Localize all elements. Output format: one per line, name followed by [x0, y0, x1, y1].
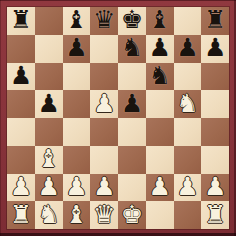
square-g2[interactable]: ♟ — [174, 174, 202, 202]
black-knight-e7[interactable]: ♞ — [121, 35, 143, 60]
square-e6[interactable] — [118, 63, 146, 91]
white-pawn-f2[interactable]: ♟ — [148, 174, 170, 199]
square-h7[interactable]: ♟ — [201, 35, 229, 63]
square-e4[interactable] — [118, 118, 146, 146]
white-rook-h1[interactable]: ♜ — [204, 202, 226, 227]
square-a7[interactable] — [7, 35, 35, 63]
square-a5[interactable] — [7, 90, 35, 118]
square-c1[interactable]: ♝ — [63, 201, 91, 229]
black-bishop-f8[interactable]: ♝ — [148, 7, 170, 32]
white-pawn-d5[interactable]: ♟ — [93, 91, 115, 116]
square-g4[interactable] — [174, 118, 202, 146]
square-b1[interactable]: ♞ — [35, 201, 63, 229]
square-h2[interactable]: ♟ — [201, 174, 229, 202]
square-h6[interactable] — [201, 63, 229, 91]
square-a1[interactable]: ♜ — [7, 201, 35, 229]
square-g7[interactable]: ♟ — [174, 35, 202, 63]
black-knight-f6[interactable]: ♞ — [148, 63, 170, 88]
white-pawn-b2[interactable]: ♟ — [37, 174, 59, 199]
chess-board-frame: ♜♝♛♚♝♜♟♞♟♟♟♟♞♟♟♟♞♝♟♟♟♟♟♟♟♜♞♝♛♚♜ — [0, 0, 236, 236]
square-b4[interactable] — [35, 118, 63, 146]
square-d3[interactable] — [90, 146, 118, 174]
square-d5[interactable]: ♟ — [90, 90, 118, 118]
square-c2[interactable]: ♟ — [63, 174, 91, 202]
black-pawn-e5[interactable]: ♟ — [121, 91, 143, 116]
black-king-e8[interactable]: ♚ — [121, 7, 143, 32]
black-pawn-h7[interactable]: ♟ — [204, 35, 226, 60]
square-g8[interactable] — [174, 7, 202, 35]
square-b6[interactable] — [35, 63, 63, 91]
square-g6[interactable] — [174, 63, 202, 91]
square-c3[interactable] — [63, 146, 91, 174]
square-h8[interactable]: ♜ — [201, 7, 229, 35]
square-g3[interactable] — [174, 146, 202, 174]
black-bishop-c8[interactable]: ♝ — [65, 7, 87, 32]
square-d4[interactable] — [90, 118, 118, 146]
square-c7[interactable]: ♟ — [63, 35, 91, 63]
square-g5[interactable]: ♞ — [174, 90, 202, 118]
square-b3[interactable]: ♝ — [35, 146, 63, 174]
square-b5[interactable]: ♟ — [35, 90, 63, 118]
chess-board: ♜♝♛♚♝♜♟♞♟♟♟♟♞♟♟♟♞♝♟♟♟♟♟♟♟♜♞♝♛♚♜ — [7, 7, 229, 229]
square-f2[interactable]: ♟ — [146, 174, 174, 202]
square-f8[interactable]: ♝ — [146, 7, 174, 35]
white-bishop-b3[interactable]: ♝ — [37, 146, 59, 171]
black-pawn-c7[interactable]: ♟ — [65, 35, 87, 60]
square-d6[interactable] — [90, 63, 118, 91]
square-b7[interactable] — [35, 35, 63, 63]
square-c5[interactable] — [63, 90, 91, 118]
square-c4[interactable] — [63, 118, 91, 146]
square-d1[interactable]: ♛ — [90, 201, 118, 229]
square-b2[interactable]: ♟ — [35, 174, 63, 202]
square-d8[interactable]: ♛ — [90, 7, 118, 35]
square-c6[interactable] — [63, 63, 91, 91]
square-f7[interactable]: ♟ — [146, 35, 174, 63]
square-f1[interactable] — [146, 201, 174, 229]
square-f3[interactable] — [146, 146, 174, 174]
square-e1[interactable]: ♚ — [118, 201, 146, 229]
white-king-e1[interactable]: ♚ — [121, 202, 143, 227]
square-b8[interactable] — [35, 7, 63, 35]
square-a8[interactable]: ♜ — [7, 7, 35, 35]
square-h1[interactable]: ♜ — [201, 201, 229, 229]
square-e8[interactable]: ♚ — [118, 7, 146, 35]
white-knight-b1[interactable]: ♞ — [37, 202, 59, 227]
square-a2[interactable]: ♟ — [7, 174, 35, 202]
square-f4[interactable] — [146, 118, 174, 146]
square-h4[interactable] — [201, 118, 229, 146]
square-h3[interactable] — [201, 146, 229, 174]
white-pawn-g2[interactable]: ♟ — [176, 174, 198, 199]
white-rook-a1[interactable]: ♜ — [10, 202, 32, 227]
square-f5[interactable] — [146, 90, 174, 118]
white-pawn-h2[interactable]: ♟ — [204, 174, 226, 199]
black-pawn-f7[interactable]: ♟ — [148, 35, 170, 60]
square-c8[interactable]: ♝ — [63, 7, 91, 35]
square-a6[interactable]: ♟ — [7, 63, 35, 91]
black-rook-a8[interactable]: ♜ — [10, 7, 32, 32]
square-e5[interactable]: ♟ — [118, 90, 146, 118]
square-f6[interactable]: ♞ — [146, 63, 174, 91]
square-d7[interactable] — [90, 35, 118, 63]
square-a4[interactable] — [7, 118, 35, 146]
square-e7[interactable]: ♞ — [118, 35, 146, 63]
square-g1[interactable] — [174, 201, 202, 229]
black-queen-d8[interactable]: ♛ — [93, 7, 115, 32]
square-h5[interactable] — [201, 90, 229, 118]
white-pawn-d2[interactable]: ♟ — [93, 174, 115, 199]
black-pawn-a6[interactable]: ♟ — [10, 63, 32, 88]
square-d2[interactable]: ♟ — [90, 174, 118, 202]
black-rook-h8[interactable]: ♜ — [204, 7, 226, 32]
square-a3[interactable] — [7, 146, 35, 174]
white-queen-d1[interactable]: ♛ — [93, 202, 115, 227]
black-pawn-g7[interactable]: ♟ — [176, 35, 198, 60]
white-knight-g5[interactable]: ♞ — [176, 91, 198, 116]
square-e3[interactable] — [118, 146, 146, 174]
black-pawn-b5[interactable]: ♟ — [37, 91, 59, 116]
white-bishop-c1[interactable]: ♝ — [65, 202, 87, 227]
white-pawn-a2[interactable]: ♟ — [10, 174, 32, 199]
white-pawn-c2[interactable]: ♟ — [65, 174, 87, 199]
square-e2[interactable] — [118, 174, 146, 202]
